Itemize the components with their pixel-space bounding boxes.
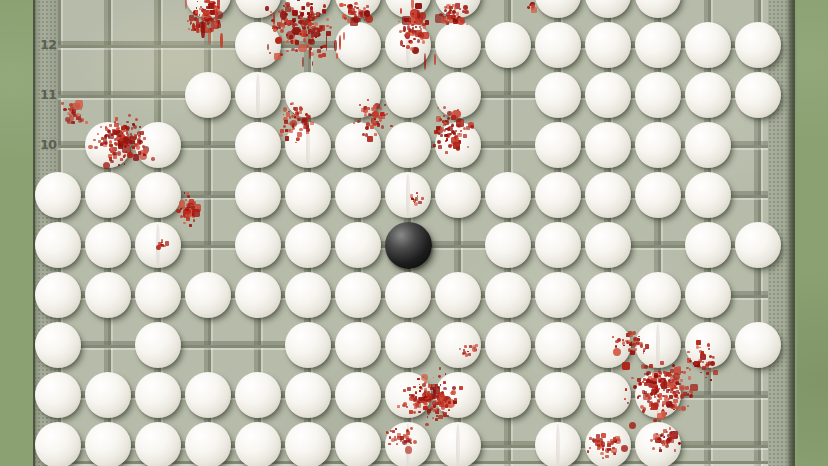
white-stone-c9r4 xyxy=(435,422,481,466)
white-stone-c10r12 xyxy=(485,22,531,68)
white-stone-c8r11 xyxy=(385,72,431,118)
white-stone-c1r9 xyxy=(35,172,81,218)
white-stone-c13r4 xyxy=(635,422,681,466)
white-stone-c11r8 xyxy=(535,222,581,268)
white-stone-c3r7 xyxy=(135,272,181,318)
white-stone-c10r5 xyxy=(485,372,531,418)
white-stone-c14r12 xyxy=(685,22,731,68)
white-stone-c3r8 xyxy=(135,222,181,268)
white-stone-c1r4 xyxy=(35,422,81,466)
white-stone-c7r4 xyxy=(335,422,381,466)
white-stone-c2r10 xyxy=(85,122,131,168)
white-stone-c11r11 xyxy=(535,72,581,118)
white-stone-c13r7 xyxy=(635,272,681,318)
white-stone-c14r8 xyxy=(685,222,731,268)
white-stone-c3r10 xyxy=(135,122,181,168)
black-stone-c8r8 xyxy=(385,222,432,269)
white-stone-c11r9 xyxy=(535,172,581,218)
white-stone-c7r6 xyxy=(335,322,381,368)
white-stone-c7r7 xyxy=(335,272,381,318)
white-stone-c3r6 xyxy=(135,322,181,368)
white-stone-c8r13 xyxy=(385,0,431,18)
white-stone-c6r11 xyxy=(285,72,331,118)
white-stone-c6r8 xyxy=(285,222,331,268)
white-stone-c6r4 xyxy=(285,422,331,466)
white-stone-c8r12 xyxy=(385,22,431,68)
white-stone-c11r6 xyxy=(535,322,581,368)
white-stone-c7r8 xyxy=(335,222,381,268)
white-stone-c12r9 xyxy=(585,172,631,218)
white-stone-c15r8 xyxy=(735,222,781,268)
white-stone-c5r13 xyxy=(235,0,281,18)
white-stone-c1r5 xyxy=(35,372,81,418)
white-stone-c4r7 xyxy=(185,272,231,318)
white-stone-c13r6 xyxy=(635,322,681,368)
white-stone-c12r4 xyxy=(585,422,631,466)
white-stone-c9r5 xyxy=(435,372,481,418)
white-stone-c2r5 xyxy=(85,372,131,418)
white-stone-c6r10 xyxy=(285,122,331,168)
white-stone-c13r11 xyxy=(635,72,681,118)
white-stone-c7r9 xyxy=(335,172,381,218)
white-stone-c6r5 xyxy=(285,372,331,418)
white-stone-c2r7 xyxy=(85,272,131,318)
white-stone-c9r12 xyxy=(435,22,481,68)
white-stone-c7r13 xyxy=(335,0,381,18)
white-stone-c15r12 xyxy=(735,22,781,68)
white-stone-c3r9 xyxy=(135,172,181,218)
white-stone-c13r10 xyxy=(635,122,681,168)
white-stone-c5r4 xyxy=(235,422,281,466)
white-stone-c6r6 xyxy=(285,322,331,368)
white-stone-c5r8 xyxy=(235,222,281,268)
white-stone-c14r7 xyxy=(685,272,731,318)
white-stone-c8r4 xyxy=(385,422,431,466)
white-stone-c6r7 xyxy=(285,272,331,318)
white-stone-c4r11 xyxy=(185,72,231,118)
white-stone-c9r7 xyxy=(435,272,481,318)
white-stone-c12r7 xyxy=(585,272,631,318)
white-stone-c7r11 xyxy=(335,72,381,118)
white-stone-c11r7 xyxy=(535,272,581,318)
white-stone-c3r5 xyxy=(135,372,181,418)
game-screenshot: 121110 xyxy=(0,0,828,466)
white-stone-c13r12 xyxy=(635,22,681,68)
stones-layer xyxy=(0,0,828,466)
white-stone-c12r8 xyxy=(585,222,631,268)
white-stone-c13r13 xyxy=(635,0,681,18)
white-stone-c15r11 xyxy=(735,72,781,118)
white-stone-c11r13 xyxy=(535,0,581,18)
white-stone-c5r11 xyxy=(235,72,281,118)
white-stone-c5r5 xyxy=(235,372,281,418)
white-stone-c14r9 xyxy=(685,172,731,218)
white-stone-c12r5 xyxy=(585,372,631,418)
white-stone-c5r12 xyxy=(235,22,281,68)
white-stone-c7r5 xyxy=(335,372,381,418)
white-stone-c10r6 xyxy=(485,322,531,368)
white-stone-c13r9 xyxy=(635,172,681,218)
white-stone-c14r10 xyxy=(685,122,731,168)
white-stone-c7r12 xyxy=(335,22,381,68)
white-stone-c15r6 xyxy=(735,322,781,368)
white-stone-c12r12 xyxy=(585,22,631,68)
white-stone-c14r6 xyxy=(685,322,731,368)
white-stone-c8r10 xyxy=(385,122,431,168)
white-stone-c1r7 xyxy=(35,272,81,318)
white-stone-c9r9 xyxy=(435,172,481,218)
white-stone-c8r7 xyxy=(385,272,431,318)
white-stone-c9r6 xyxy=(435,322,481,368)
white-stone-c9r10 xyxy=(435,122,481,168)
white-stone-c7r10 xyxy=(335,122,381,168)
white-stone-c13r5 xyxy=(635,372,681,418)
white-stone-c14r11 xyxy=(685,72,731,118)
white-stone-c10r8 xyxy=(485,222,531,268)
white-stone-c8r5 xyxy=(385,372,431,418)
white-stone-c3r4 xyxy=(135,422,181,466)
white-stone-c9r13 xyxy=(435,0,481,18)
white-stone-c4r5 xyxy=(185,372,231,418)
white-stone-c9r11 xyxy=(435,72,481,118)
white-stone-c5r9 xyxy=(235,172,281,218)
white-stone-c2r9 xyxy=(85,172,131,218)
white-stone-c12r10 xyxy=(585,122,631,168)
white-stone-c11r5 xyxy=(535,372,581,418)
white-stone-c12r6 xyxy=(585,322,631,368)
white-stone-c11r12 xyxy=(535,22,581,68)
white-stone-c2r4 xyxy=(85,422,131,466)
white-stone-c12r11 xyxy=(585,72,631,118)
white-stone-c5r7 xyxy=(235,272,281,318)
white-stone-c1r8 xyxy=(35,222,81,268)
white-stone-c6r9 xyxy=(285,172,331,218)
white-stone-c4r13 xyxy=(185,0,231,18)
white-stone-c2r8 xyxy=(85,222,131,268)
white-stone-c1r6 xyxy=(35,322,81,368)
white-stone-c8r9 xyxy=(385,172,431,218)
white-stone-c4r4 xyxy=(185,422,231,466)
white-stone-c12r13 xyxy=(585,0,631,18)
white-stone-c10r7 xyxy=(485,272,531,318)
white-stone-c10r9 xyxy=(485,172,531,218)
white-stone-c6r13 xyxy=(285,0,331,18)
white-stone-c11r10 xyxy=(535,122,581,168)
white-stone-c11r4 xyxy=(535,422,581,466)
white-stone-c8r6 xyxy=(385,322,431,368)
white-stone-c5r10 xyxy=(235,122,281,168)
